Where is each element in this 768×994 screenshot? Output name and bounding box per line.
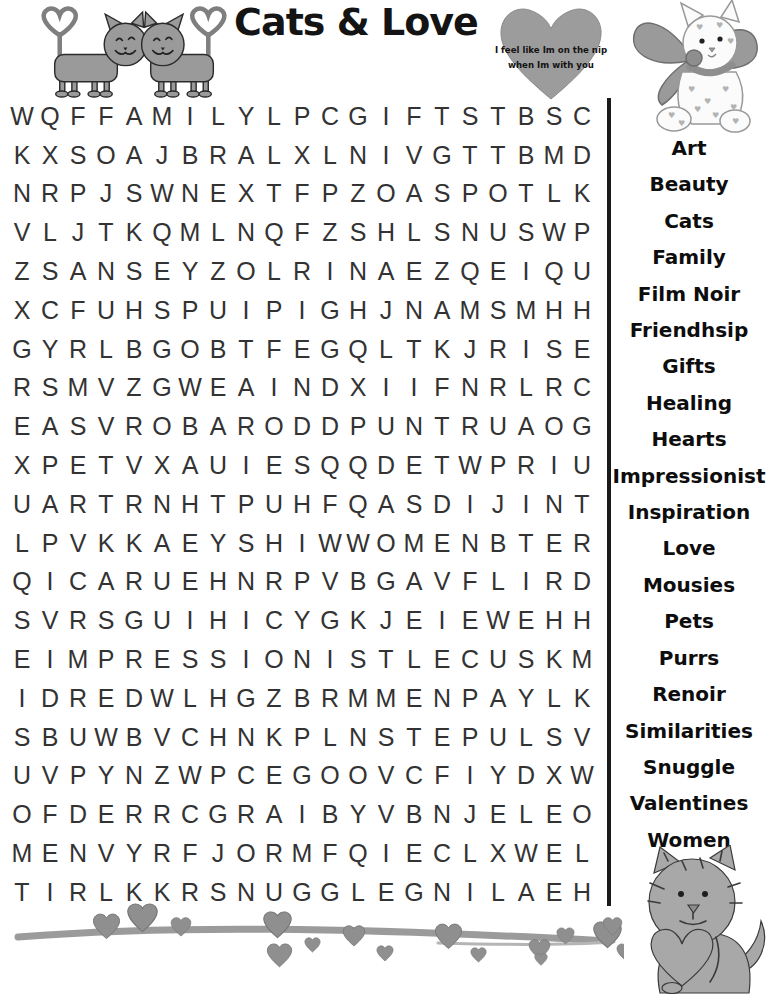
grid-cell: C bbox=[456, 640, 484, 679]
grid-cell: T bbox=[92, 446, 120, 485]
grid-cell: F bbox=[64, 97, 92, 136]
grid-cell: E bbox=[400, 446, 428, 485]
grid-cell: S bbox=[176, 640, 204, 679]
grid-cell: J bbox=[148, 136, 176, 175]
grid-cell: F bbox=[400, 97, 428, 136]
svg-text:♥: ♥ bbox=[716, 21, 723, 30]
grid-cell: W bbox=[316, 524, 344, 563]
grid-cell: A bbox=[428, 291, 456, 330]
grid-cell: W bbox=[148, 679, 176, 718]
plush-cat-icon: ♥♥ ♥♥ ♥♥ ♥♥ ♥♥ ♥♥ bbox=[622, 0, 768, 136]
grid-cell: N bbox=[400, 407, 428, 446]
grid-cell: D bbox=[568, 136, 596, 175]
grid-cell: O bbox=[148, 407, 176, 446]
grid-cell: N bbox=[8, 175, 36, 214]
grid-cell: J bbox=[204, 834, 232, 873]
grid-cell: X bbox=[148, 446, 176, 485]
grid-cell: G bbox=[204, 795, 232, 834]
grid-cell: Q bbox=[316, 446, 344, 485]
grid-cell: T bbox=[512, 524, 540, 563]
grid-cell: Z bbox=[204, 252, 232, 291]
grid-cell: I bbox=[372, 369, 400, 408]
grid-cell: A bbox=[176, 446, 204, 485]
grid-cell: E bbox=[484, 252, 512, 291]
grid-cell: Y bbox=[344, 795, 372, 834]
grid-cell: E bbox=[260, 757, 288, 796]
grid-cell: T bbox=[428, 97, 456, 136]
grid-cell: P bbox=[36, 524, 64, 563]
grid-cell: A bbox=[232, 369, 260, 408]
grid-cell: P bbox=[36, 446, 64, 485]
grid-cell: P bbox=[288, 97, 316, 136]
grid-cell: E bbox=[176, 524, 204, 563]
grid-cell: Q bbox=[456, 252, 484, 291]
grid-cell: P bbox=[260, 291, 288, 330]
grid-cell: F bbox=[92, 97, 120, 136]
grid-cell: P bbox=[484, 446, 512, 485]
grid-cell: S bbox=[64, 136, 92, 175]
word-list-item: Film Noir bbox=[638, 282, 740, 306]
grid-cell: E bbox=[540, 795, 568, 834]
grid-cell: G bbox=[316, 330, 344, 369]
grid-cell: V bbox=[120, 446, 148, 485]
grid-cell: B bbox=[512, 136, 540, 175]
grid-cell: F bbox=[260, 330, 288, 369]
grid-cell: M bbox=[540, 136, 568, 175]
grid-cell: R bbox=[64, 601, 92, 640]
svg-text:♥: ♥ bbox=[727, 37, 734, 46]
grid-cell: G bbox=[8, 330, 36, 369]
grid-cell: N bbox=[456, 213, 484, 252]
grid-cell: E bbox=[92, 679, 120, 718]
grid-cell: I bbox=[232, 446, 260, 485]
grid-cell: I bbox=[512, 485, 540, 524]
grid-cell: J bbox=[372, 291, 400, 330]
grid-cell: Y bbox=[120, 834, 148, 873]
grid-cell: O bbox=[92, 136, 120, 175]
grid-cell: E bbox=[400, 252, 428, 291]
grid-cell: J bbox=[372, 601, 400, 640]
heart-speech-icon: I feel like Im on the nip when Im with y… bbox=[494, 2, 608, 102]
grid-cell: G bbox=[288, 757, 316, 796]
word-list-item: Impressionist bbox=[613, 464, 766, 488]
grid-cell: R bbox=[204, 136, 232, 175]
grid-cell: L bbox=[400, 213, 428, 252]
grid-cell: P bbox=[92, 640, 120, 679]
svg-text:♥: ♥ bbox=[668, 111, 675, 120]
grid-cell: L bbox=[260, 252, 288, 291]
grid-cell: O bbox=[344, 757, 372, 796]
grid-cell: C bbox=[176, 795, 204, 834]
grid-cell: P bbox=[64, 757, 92, 796]
grid-cell: V bbox=[148, 718, 176, 757]
grid-cell: U bbox=[372, 407, 400, 446]
grid-cell: B bbox=[176, 136, 204, 175]
grid-cell: L bbox=[204, 213, 232, 252]
grid-cell: I bbox=[176, 601, 204, 640]
grid-cell: N bbox=[288, 640, 316, 679]
grid-cell: F bbox=[316, 485, 344, 524]
grid-cell: A bbox=[512, 407, 540, 446]
heart-caption-line2: when Im with you bbox=[508, 60, 594, 70]
grid-cell: D bbox=[36, 679, 64, 718]
svg-text:♥: ♥ bbox=[696, 23, 703, 32]
grid-cell: P bbox=[288, 718, 316, 757]
grid-cell: F bbox=[288, 175, 316, 214]
grid-cell: V bbox=[92, 407, 120, 446]
grid-cell: R bbox=[260, 563, 288, 602]
grid-cell: F bbox=[288, 213, 316, 252]
grid-cell: D bbox=[372, 446, 400, 485]
grid-cell: S bbox=[344, 640, 372, 679]
grid-cell: B bbox=[288, 679, 316, 718]
grid-cell: I bbox=[316, 252, 344, 291]
grid-cell: L bbox=[260, 97, 288, 136]
grid-cell: N bbox=[428, 795, 456, 834]
grid-cell: I bbox=[512, 330, 540, 369]
heart-caption-line1: I feel like Im on the nip bbox=[495, 45, 607, 55]
grid-cell: M bbox=[512, 291, 540, 330]
grid-cell: X bbox=[540, 757, 568, 796]
grid-cell: P bbox=[456, 679, 484, 718]
grid-cell: U bbox=[484, 640, 512, 679]
grid-cell: Y bbox=[288, 601, 316, 640]
grid-cell: A bbox=[372, 252, 400, 291]
grid-cell: W bbox=[92, 718, 120, 757]
grid-cell: L bbox=[316, 136, 344, 175]
grid-cell: E bbox=[428, 718, 456, 757]
grid-cell: R bbox=[232, 795, 260, 834]
grid-cell: U bbox=[64, 718, 92, 757]
grid-cell: Y bbox=[484, 757, 512, 796]
puzzle-title: Cats & Love bbox=[226, 0, 486, 44]
grid-cell: S bbox=[120, 175, 148, 214]
grid-cell: W bbox=[176, 757, 204, 796]
grid-cell: M bbox=[176, 213, 204, 252]
grid-cell: S bbox=[456, 97, 484, 136]
grid-cell: F bbox=[428, 369, 456, 408]
grid-cell: R bbox=[120, 485, 148, 524]
grid-cell: O bbox=[540, 407, 568, 446]
grid-cell: R bbox=[148, 834, 176, 873]
grid-cell: I bbox=[36, 563, 64, 602]
grid-cell: F bbox=[36, 795, 64, 834]
grid-cell: I bbox=[456, 757, 484, 796]
grid-cell: A bbox=[232, 136, 260, 175]
grid-cell: D bbox=[288, 407, 316, 446]
grid-cell: I bbox=[400, 369, 428, 408]
svg-text:♥: ♥ bbox=[730, 103, 737, 112]
grid-cell: J bbox=[64, 213, 92, 252]
word-list-item: Cats bbox=[664, 209, 714, 233]
grid-cell: T bbox=[92, 485, 120, 524]
grid-cell: S bbox=[540, 330, 568, 369]
grid-cell: V bbox=[64, 524, 92, 563]
grid-cell: G bbox=[316, 601, 344, 640]
grid-cell: U bbox=[204, 291, 232, 330]
grid-cell: R bbox=[456, 407, 484, 446]
grid-cell: H bbox=[204, 679, 232, 718]
grid-cell: T bbox=[512, 175, 540, 214]
grid-cell: U bbox=[204, 446, 232, 485]
grid-cell: Z bbox=[344, 175, 372, 214]
grid-cell: N bbox=[456, 524, 484, 563]
grid-cell: R bbox=[120, 795, 148, 834]
grid-cell: J bbox=[92, 175, 120, 214]
grid-cell: Y bbox=[204, 524, 232, 563]
grid-cell: S bbox=[400, 485, 428, 524]
word-list: ArtBeautyCatsFamilyFilm NoirFriendhsipGi… bbox=[610, 136, 768, 852]
grid-cell: R bbox=[484, 330, 512, 369]
grid-cell: N bbox=[288, 369, 316, 408]
grid-cell: X bbox=[8, 446, 36, 485]
grid-cell: I bbox=[512, 252, 540, 291]
grid-cell: V bbox=[36, 757, 64, 796]
grid-cell: H bbox=[176, 485, 204, 524]
word-list-item: Mousies bbox=[643, 573, 735, 597]
grid-cell: N bbox=[232, 718, 260, 757]
grid-cell: Z bbox=[148, 757, 176, 796]
grid-cell: M bbox=[288, 834, 316, 873]
grid-cell: W bbox=[148, 175, 176, 214]
grid-cell: I bbox=[288, 524, 316, 563]
grid-cell: H bbox=[344, 291, 372, 330]
grid-cell: N bbox=[232, 563, 260, 602]
grid-cell: E bbox=[260, 446, 288, 485]
grid-cell: I bbox=[512, 563, 540, 602]
grid-cell: K bbox=[568, 175, 596, 214]
grid-cell: Q bbox=[8, 563, 36, 602]
grid-cell: A bbox=[36, 485, 64, 524]
grid-cell: I bbox=[176, 97, 204, 136]
word-list-item: Beauty bbox=[649, 172, 728, 196]
grid-cell: T bbox=[400, 330, 428, 369]
grid-cell: A bbox=[260, 795, 288, 834]
grid-cell: N bbox=[92, 252, 120, 291]
grid-cell: S bbox=[540, 97, 568, 136]
grid-cell: B bbox=[120, 718, 148, 757]
grid-cell: X bbox=[8, 291, 36, 330]
grid-cell: N bbox=[400, 291, 428, 330]
grid-cell: C bbox=[260, 601, 288, 640]
grid-cell: E bbox=[400, 601, 428, 640]
grid-cell: Q bbox=[344, 834, 372, 873]
grid-cell: X bbox=[36, 136, 64, 175]
word-list-item: Pets bbox=[664, 609, 714, 633]
grid-cell: H bbox=[288, 485, 316, 524]
puzzle-page: Cats & Love I feel like Im on the nip wh… bbox=[0, 0, 768, 994]
grid-cell: V bbox=[92, 369, 120, 408]
grid-cell: Y bbox=[176, 252, 204, 291]
grid-cell: C bbox=[176, 718, 204, 757]
grid-cell: N bbox=[64, 834, 92, 873]
grid-cell: I bbox=[372, 136, 400, 175]
grid-cell: L bbox=[512, 718, 540, 757]
grid-cell: Y bbox=[512, 679, 540, 718]
grid-cell: R bbox=[120, 640, 148, 679]
grid-cell: O bbox=[484, 175, 512, 214]
grid-cell: Z bbox=[316, 213, 344, 252]
grid-cell: G bbox=[372, 563, 400, 602]
grid-cell: R bbox=[260, 834, 288, 873]
grid-cell: K bbox=[540, 640, 568, 679]
grid-cell: S bbox=[512, 640, 540, 679]
grid-cell: D bbox=[512, 757, 540, 796]
sitting-cat-heart-icon bbox=[622, 845, 768, 994]
grid-cell: K bbox=[568, 679, 596, 718]
grid-cell: I bbox=[316, 640, 344, 679]
grid-cell: N bbox=[540, 485, 568, 524]
grid-cell: B bbox=[344, 563, 372, 602]
grid-cell: R bbox=[540, 563, 568, 602]
grid-cell: V bbox=[8, 213, 36, 252]
grid-cell: R bbox=[8, 369, 36, 408]
grid-cell: V bbox=[36, 601, 64, 640]
grid-cell: C bbox=[568, 369, 596, 408]
grid-cell: H bbox=[540, 601, 568, 640]
grid-cell: B bbox=[120, 330, 148, 369]
grid-cell: G bbox=[344, 97, 372, 136]
grid-cell: O bbox=[372, 524, 400, 563]
grid-cell: R bbox=[540, 369, 568, 408]
grid-cell: W bbox=[456, 446, 484, 485]
svg-text:♥: ♥ bbox=[688, 85, 695, 94]
grid-cell: L bbox=[8, 524, 36, 563]
grid-cell: A bbox=[400, 563, 428, 602]
grid-cell: G bbox=[428, 136, 456, 175]
grid-cell: O bbox=[260, 640, 288, 679]
grid-cell: I bbox=[456, 485, 484, 524]
grid-cell: J bbox=[484, 485, 512, 524]
grid-cell: H bbox=[540, 291, 568, 330]
grid-cell: G bbox=[120, 601, 148, 640]
grid-cell: S bbox=[344, 213, 372, 252]
grid-cell: P bbox=[456, 175, 484, 214]
grid-cell: N bbox=[344, 136, 372, 175]
grid-cell: G bbox=[316, 291, 344, 330]
svg-text:♥: ♥ bbox=[694, 105, 701, 114]
grid-cell: N bbox=[148, 485, 176, 524]
grid-cell: E bbox=[288, 330, 316, 369]
grid-cell: E bbox=[540, 834, 568, 873]
grid-cell: T bbox=[204, 485, 232, 524]
grid-cell: I bbox=[288, 291, 316, 330]
grid-cell: Q bbox=[148, 213, 176, 252]
grid-cell: P bbox=[204, 757, 232, 796]
word-list-item: Gifts bbox=[662, 354, 715, 378]
grid-cell: B bbox=[176, 407, 204, 446]
word-list-item: Similarities bbox=[625, 719, 753, 743]
grid-cell: L bbox=[176, 679, 204, 718]
grid-cell: S bbox=[288, 446, 316, 485]
grid-cell: Q bbox=[344, 485, 372, 524]
grid-cell: W bbox=[540, 213, 568, 252]
grid-cell: L bbox=[260, 136, 288, 175]
grid-cell: L bbox=[204, 97, 232, 136]
grid-cell: S bbox=[428, 213, 456, 252]
grid-cell: F bbox=[64, 291, 92, 330]
svg-text:♥: ♥ bbox=[712, 111, 719, 120]
grid-cell: O bbox=[372, 175, 400, 214]
grid-cell: E bbox=[148, 252, 176, 291]
grid-cell: N bbox=[344, 718, 372, 757]
grid-cell: A bbox=[484, 679, 512, 718]
grid-cell: R bbox=[64, 485, 92, 524]
grid-cell: F bbox=[428, 757, 456, 796]
grid-cell: J bbox=[456, 795, 484, 834]
grid-cell: S bbox=[512, 213, 540, 252]
grid-cell: E bbox=[204, 369, 232, 408]
grid-cell: D bbox=[568, 563, 596, 602]
grid-cell: G bbox=[232, 679, 260, 718]
grid-cell: Z bbox=[428, 252, 456, 291]
grid-cell: I bbox=[288, 795, 316, 834]
grid-cell: W bbox=[568, 757, 596, 796]
grid-cell: I bbox=[232, 640, 260, 679]
word-list-item: Art bbox=[672, 136, 707, 160]
grid-cell: T bbox=[260, 175, 288, 214]
grid-cell: H bbox=[204, 601, 232, 640]
grid-cell: E bbox=[512, 601, 540, 640]
grid-cell: G bbox=[568, 407, 596, 446]
grid-cell: Q bbox=[344, 330, 372, 369]
grid-cell: I bbox=[36, 640, 64, 679]
grid-cell: R bbox=[120, 407, 148, 446]
grid-cell: R bbox=[64, 679, 92, 718]
grid-cell: A bbox=[204, 407, 232, 446]
grid-cell: M bbox=[456, 291, 484, 330]
grid-cell: U bbox=[8, 757, 36, 796]
grid-cell: M bbox=[344, 679, 372, 718]
grid-cell: X bbox=[232, 175, 260, 214]
grid-cell: L bbox=[512, 795, 540, 834]
grid-cell: A bbox=[36, 407, 64, 446]
grid-cell: S bbox=[8, 601, 36, 640]
grid-cell: F bbox=[456, 563, 484, 602]
grid-cell: N bbox=[176, 175, 204, 214]
grid-cell: H bbox=[568, 291, 596, 330]
grid-cell: S bbox=[36, 369, 64, 408]
grid-cell: I bbox=[8, 679, 36, 718]
hearts-swoosh-icon bbox=[8, 895, 624, 977]
grid-cell: L bbox=[316, 718, 344, 757]
word-list-item: Love bbox=[662, 536, 715, 560]
grid-cell: V bbox=[568, 718, 596, 757]
grid-cell: R bbox=[120, 563, 148, 602]
grid-cell: Y bbox=[232, 97, 260, 136]
grid-cell: S bbox=[428, 175, 456, 214]
grid-cell: O bbox=[176, 330, 204, 369]
grid-cell: U bbox=[568, 252, 596, 291]
word-list-item: Purrs bbox=[659, 646, 720, 670]
grid-cell: E bbox=[64, 446, 92, 485]
grid-cell: L bbox=[92, 330, 120, 369]
grid-cell: X bbox=[344, 369, 372, 408]
grid-cell: H bbox=[204, 563, 232, 602]
grid-cell: P bbox=[344, 407, 372, 446]
grid-cell: I bbox=[232, 291, 260, 330]
grid-cell: K bbox=[428, 330, 456, 369]
grid-cell: S bbox=[372, 718, 400, 757]
grid-cell: S bbox=[484, 291, 512, 330]
grid-cell: O bbox=[8, 795, 36, 834]
grid-cell: R bbox=[36, 175, 64, 214]
grid-cell: E bbox=[428, 524, 456, 563]
grid-cell: S bbox=[232, 524, 260, 563]
grid-cell: C bbox=[428, 834, 456, 873]
grid-cell: W bbox=[484, 601, 512, 640]
grid-cell: K bbox=[120, 524, 148, 563]
